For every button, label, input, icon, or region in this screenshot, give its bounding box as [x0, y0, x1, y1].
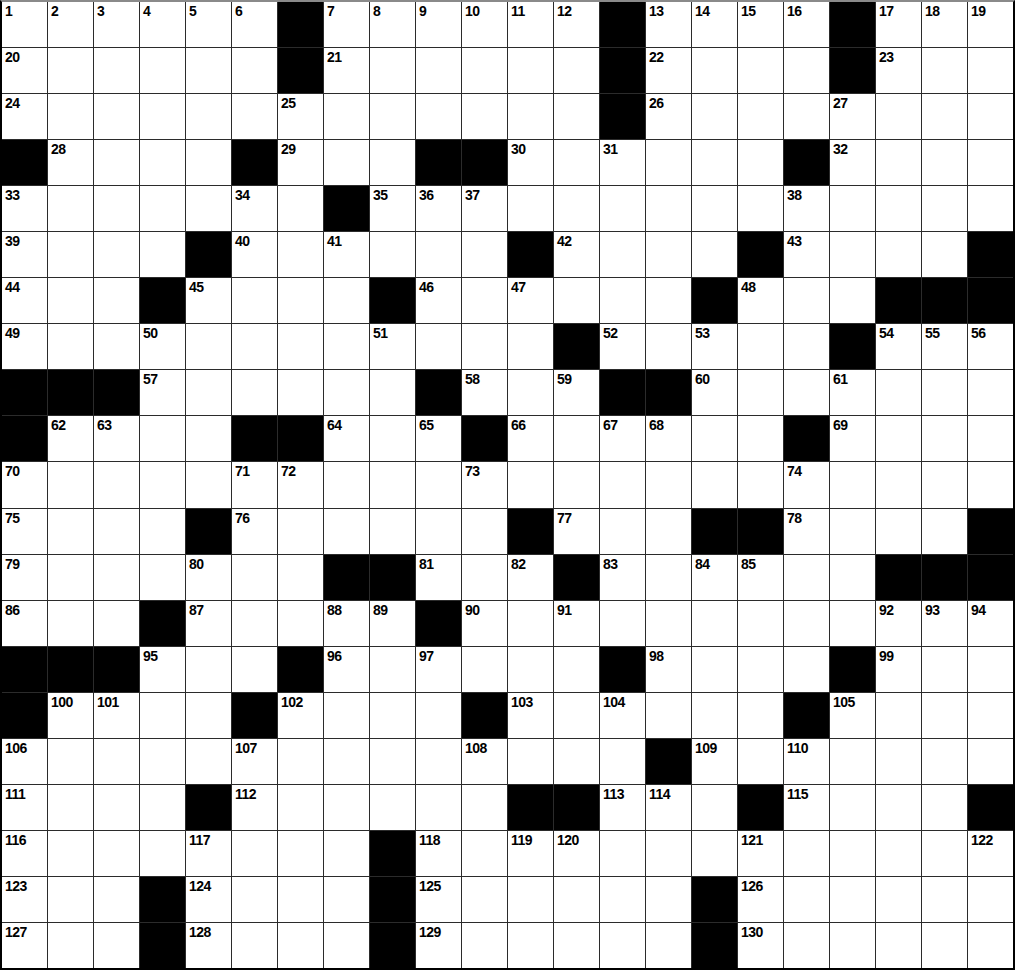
grid-cell[interactable]: 21	[324, 48, 369, 93]
grid-cell[interactable]	[876, 232, 921, 277]
grid-cell[interactable]	[876, 923, 921, 968]
grid-cell[interactable]: 82	[508, 555, 553, 600]
grid-cell[interactable]: 55	[922, 324, 967, 369]
grid-cell[interactable]	[692, 48, 737, 93]
grid-cell[interactable]	[646, 877, 691, 922]
grid-cell[interactable]: 52	[600, 324, 645, 369]
grid-cell[interactable]	[738, 416, 783, 461]
grid-cell[interactable]	[738, 647, 783, 692]
grid-cell[interactable]	[140, 232, 185, 277]
grid-cell[interactable]	[416, 232, 461, 277]
grid-cell[interactable]	[876, 140, 921, 185]
grid-cell[interactable]	[830, 509, 875, 554]
grid-cell[interactable]	[646, 232, 691, 277]
grid-cell[interactable]: 85	[738, 555, 783, 600]
grid-cell[interactable]: 15	[738, 2, 783, 47]
grid-cell[interactable]: 47	[508, 278, 553, 323]
grid-cell[interactable]	[186, 186, 231, 231]
grid-cell[interactable]	[48, 739, 93, 784]
grid-cell[interactable]: 3	[94, 2, 139, 47]
grid-cell[interactable]: 71	[232, 462, 277, 507]
grid-cell[interactable]: 97	[416, 647, 461, 692]
grid-cell[interactable]	[416, 785, 461, 830]
grid-cell[interactable]: 115	[784, 785, 829, 830]
grid-cell[interactable]: 41	[324, 232, 369, 277]
grid-cell[interactable]: 119	[508, 831, 553, 876]
grid-cell[interactable]	[94, 923, 139, 968]
grid-cell[interactable]	[370, 647, 415, 692]
grid-cell[interactable]	[94, 601, 139, 646]
grid-cell[interactable]	[278, 370, 323, 415]
grid-cell[interactable]	[186, 140, 231, 185]
grid-cell[interactable]: 78	[784, 509, 829, 554]
grid-cell[interactable]	[784, 48, 829, 93]
grid-cell[interactable]: 2	[48, 2, 93, 47]
grid-cell[interactable]	[94, 877, 139, 922]
grid-cell[interactable]: 103	[508, 693, 553, 738]
grid-cell[interactable]	[232, 877, 277, 922]
grid-cell[interactable]: 1	[2, 2, 47, 47]
grid-cell[interactable]: 36	[416, 186, 461, 231]
grid-cell[interactable]	[94, 48, 139, 93]
grid-cell[interactable]	[738, 739, 783, 784]
grid-cell[interactable]	[232, 324, 277, 369]
grid-cell[interactable]	[968, 739, 1013, 784]
grid-cell[interactable]	[646, 693, 691, 738]
grid-cell[interactable]: 56	[968, 324, 1013, 369]
grid-cell[interactable]	[94, 278, 139, 323]
grid-cell[interactable]	[922, 140, 967, 185]
grid-cell[interactable]: 65	[416, 416, 461, 461]
grid-cell[interactable]: 105	[830, 693, 875, 738]
grid-cell[interactable]	[94, 739, 139, 784]
grid-cell[interactable]	[646, 324, 691, 369]
grid-cell[interactable]	[922, 877, 967, 922]
grid-cell[interactable]	[370, 140, 415, 185]
grid-cell[interactable]: 96	[324, 647, 369, 692]
grid-cell[interactable]: 86	[2, 601, 47, 646]
grid-cell[interactable]	[278, 324, 323, 369]
grid-cell[interactable]: 10	[462, 2, 507, 47]
grid-cell[interactable]: 127	[2, 923, 47, 968]
grid-cell[interactable]	[232, 831, 277, 876]
grid-cell[interactable]: 38	[784, 186, 829, 231]
grid-cell[interactable]	[48, 232, 93, 277]
grid-cell[interactable]	[140, 555, 185, 600]
grid-cell[interactable]: 50	[140, 324, 185, 369]
grid-cell[interactable]	[600, 186, 645, 231]
grid-cell[interactable]	[324, 831, 369, 876]
grid-cell[interactable]: 107	[232, 739, 277, 784]
grid-cell[interactable]	[784, 877, 829, 922]
grid-cell[interactable]: 44	[2, 278, 47, 323]
grid-cell[interactable]	[692, 785, 737, 830]
grid-cell[interactable]: 75	[2, 509, 47, 554]
grid-cell[interactable]: 43	[784, 232, 829, 277]
grid-cell[interactable]	[462, 278, 507, 323]
grid-cell[interactable]	[922, 232, 967, 277]
grid-cell[interactable]: 34	[232, 186, 277, 231]
grid-cell[interactable]	[830, 462, 875, 507]
grid-cell[interactable]: 16	[784, 2, 829, 47]
grid-cell[interactable]: 9	[416, 2, 461, 47]
grid-cell[interactable]	[186, 739, 231, 784]
grid-cell[interactable]: 72	[278, 462, 323, 507]
grid-cell[interactable]: 25	[278, 94, 323, 139]
grid-cell[interactable]	[692, 140, 737, 185]
grid-cell[interactable]	[370, 48, 415, 93]
grid-cell[interactable]	[416, 739, 461, 784]
grid-cell[interactable]	[692, 601, 737, 646]
grid-cell[interactable]	[554, 462, 599, 507]
grid-cell[interactable]: 125	[416, 877, 461, 922]
grid-cell[interactable]: 88	[324, 601, 369, 646]
grid-cell[interactable]: 87	[186, 601, 231, 646]
grid-cell[interactable]	[830, 785, 875, 830]
grid-cell[interactable]	[462, 94, 507, 139]
grid-cell[interactable]	[416, 94, 461, 139]
grid-cell[interactable]: 94	[968, 601, 1013, 646]
grid-cell[interactable]	[186, 693, 231, 738]
grid-cell[interactable]: 122	[968, 831, 1013, 876]
grid-cell[interactable]	[508, 94, 553, 139]
grid-cell[interactable]	[922, 48, 967, 93]
grid-cell[interactable]	[922, 186, 967, 231]
grid-cell[interactable]	[692, 416, 737, 461]
grid-cell[interactable]: 69	[830, 416, 875, 461]
grid-cell[interactable]	[646, 462, 691, 507]
grid-cell[interactable]	[94, 94, 139, 139]
grid-cell[interactable]: 28	[48, 140, 93, 185]
grid-cell[interactable]	[876, 785, 921, 830]
grid-cell[interactable]	[508, 462, 553, 507]
grid-cell[interactable]	[508, 186, 553, 231]
grid-cell[interactable]	[462, 923, 507, 968]
grid-cell[interactable]: 22	[646, 48, 691, 93]
grid-cell[interactable]: 111	[2, 785, 47, 830]
grid-cell[interactable]	[370, 370, 415, 415]
grid-cell[interactable]	[232, 923, 277, 968]
grid-cell[interactable]	[784, 324, 829, 369]
grid-cell[interactable]: 80	[186, 555, 231, 600]
grid-cell[interactable]: 118	[416, 831, 461, 876]
grid-cell[interactable]	[324, 140, 369, 185]
grid-cell[interactable]	[462, 877, 507, 922]
grid-cell[interactable]: 64	[324, 416, 369, 461]
grid-cell[interactable]	[784, 647, 829, 692]
grid-cell[interactable]	[600, 877, 645, 922]
grid-cell[interactable]	[968, 923, 1013, 968]
grid-cell[interactable]	[738, 48, 783, 93]
grid-cell[interactable]	[232, 555, 277, 600]
grid-cell[interactable]	[232, 601, 277, 646]
grid-cell[interactable]	[48, 186, 93, 231]
grid-cell[interactable]	[600, 601, 645, 646]
grid-cell[interactable]	[462, 555, 507, 600]
grid-cell[interactable]	[738, 370, 783, 415]
grid-cell[interactable]	[692, 462, 737, 507]
grid-cell[interactable]	[922, 462, 967, 507]
grid-cell[interactable]	[600, 923, 645, 968]
grid-cell[interactable]	[94, 831, 139, 876]
grid-cell[interactable]	[278, 186, 323, 231]
grid-cell[interactable]	[600, 278, 645, 323]
grid-cell[interactable]: 81	[416, 555, 461, 600]
grid-cell[interactable]: 67	[600, 416, 645, 461]
grid-cell[interactable]	[508, 370, 553, 415]
grid-cell[interactable]	[324, 324, 369, 369]
grid-cell[interactable]: 90	[462, 601, 507, 646]
grid-cell[interactable]	[554, 278, 599, 323]
grid-cell[interactable]: 76	[232, 509, 277, 554]
grid-cell[interactable]	[784, 831, 829, 876]
grid-cell[interactable]	[232, 48, 277, 93]
grid-cell[interactable]	[278, 509, 323, 554]
grid-cell[interactable]	[508, 324, 553, 369]
grid-cell[interactable]: 5	[186, 2, 231, 47]
grid-cell[interactable]	[508, 601, 553, 646]
grid-cell[interactable]	[278, 785, 323, 830]
grid-cell[interactable]	[278, 877, 323, 922]
grid-cell[interactable]	[876, 416, 921, 461]
grid-cell[interactable]: 4	[140, 2, 185, 47]
grid-cell[interactable]: 93	[922, 601, 967, 646]
grid-cell[interactable]	[876, 94, 921, 139]
grid-cell[interactable]	[94, 462, 139, 507]
grid-cell[interactable]: 57	[140, 370, 185, 415]
grid-cell[interactable]	[876, 186, 921, 231]
grid-cell[interactable]	[278, 923, 323, 968]
grid-cell[interactable]	[600, 831, 645, 876]
grid-cell[interactable]	[462, 509, 507, 554]
grid-cell[interactable]: 116	[2, 831, 47, 876]
grid-cell[interactable]	[416, 462, 461, 507]
grid-cell[interactable]	[646, 555, 691, 600]
grid-cell[interactable]	[416, 48, 461, 93]
grid-cell[interactable]	[692, 831, 737, 876]
grid-cell[interactable]	[278, 278, 323, 323]
grid-cell[interactable]: 37	[462, 186, 507, 231]
grid-cell[interactable]	[94, 140, 139, 185]
grid-cell[interactable]: 20	[2, 48, 47, 93]
grid-cell[interactable]	[554, 186, 599, 231]
grid-cell[interactable]	[324, 370, 369, 415]
grid-cell[interactable]	[692, 94, 737, 139]
grid-cell[interactable]	[416, 509, 461, 554]
grid-cell[interactable]	[968, 693, 1013, 738]
grid-cell[interactable]	[784, 278, 829, 323]
grid-cell[interactable]	[48, 48, 93, 93]
grid-cell[interactable]	[416, 693, 461, 738]
grid-cell[interactable]	[48, 555, 93, 600]
grid-cell[interactable]	[830, 923, 875, 968]
grid-cell[interactable]	[876, 693, 921, 738]
grid-cell[interactable]	[324, 693, 369, 738]
grid-cell[interactable]: 62	[48, 416, 93, 461]
grid-cell[interactable]	[738, 601, 783, 646]
grid-cell[interactable]: 8	[370, 2, 415, 47]
grid-cell[interactable]: 11	[508, 2, 553, 47]
grid-cell[interactable]	[554, 416, 599, 461]
grid-cell[interactable]: 19	[968, 2, 1013, 47]
grid-cell[interactable]	[600, 739, 645, 784]
grid-cell[interactable]: 54	[876, 324, 921, 369]
grid-cell[interactable]: 45	[186, 278, 231, 323]
grid-cell[interactable]	[784, 601, 829, 646]
grid-cell[interactable]	[186, 324, 231, 369]
grid-cell[interactable]	[554, 923, 599, 968]
grid-cell[interactable]	[922, 693, 967, 738]
grid-cell[interactable]	[692, 647, 737, 692]
grid-cell[interactable]: 98	[646, 647, 691, 692]
grid-cell[interactable]	[922, 509, 967, 554]
grid-cell[interactable]: 124	[186, 877, 231, 922]
grid-cell[interactable]	[738, 94, 783, 139]
grid-cell[interactable]	[922, 370, 967, 415]
grid-cell[interactable]	[370, 416, 415, 461]
grid-cell[interactable]	[462, 324, 507, 369]
grid-cell[interactable]	[370, 509, 415, 554]
grid-cell[interactable]	[646, 601, 691, 646]
grid-cell[interactable]	[738, 324, 783, 369]
grid-cell[interactable]	[48, 278, 93, 323]
grid-cell[interactable]	[876, 739, 921, 784]
grid-cell[interactable]	[232, 647, 277, 692]
grid-cell[interactable]: 121	[738, 831, 783, 876]
grid-cell[interactable]	[186, 647, 231, 692]
grid-cell[interactable]	[646, 186, 691, 231]
grid-cell[interactable]	[508, 647, 553, 692]
grid-cell[interactable]: 92	[876, 601, 921, 646]
grid-cell[interactable]	[692, 232, 737, 277]
grid-cell[interactable]: 91	[554, 601, 599, 646]
grid-cell[interactable]	[784, 94, 829, 139]
grid-cell[interactable]: 84	[692, 555, 737, 600]
grid-cell[interactable]: 130	[738, 923, 783, 968]
grid-cell[interactable]	[462, 232, 507, 277]
grid-cell[interactable]	[968, 186, 1013, 231]
grid-cell[interactable]: 46	[416, 278, 461, 323]
grid-cell[interactable]: 59	[554, 370, 599, 415]
grid-cell[interactable]: 89	[370, 601, 415, 646]
grid-cell[interactable]	[646, 140, 691, 185]
grid-cell[interactable]	[462, 48, 507, 93]
grid-cell[interactable]: 33	[2, 186, 47, 231]
grid-cell[interactable]: 40	[232, 232, 277, 277]
grid-cell[interactable]	[48, 877, 93, 922]
grid-cell[interactable]	[94, 232, 139, 277]
grid-cell[interactable]	[968, 647, 1013, 692]
grid-cell[interactable]	[94, 555, 139, 600]
grid-cell[interactable]	[922, 831, 967, 876]
grid-cell[interactable]	[324, 877, 369, 922]
grid-cell[interactable]: 112	[232, 785, 277, 830]
grid-cell[interactable]	[600, 232, 645, 277]
grid-cell[interactable]: 120	[554, 831, 599, 876]
grid-cell[interactable]	[554, 693, 599, 738]
grid-cell[interactable]	[416, 324, 461, 369]
grid-cell[interactable]	[922, 923, 967, 968]
grid-cell[interactable]	[462, 831, 507, 876]
grid-cell[interactable]: 106	[2, 739, 47, 784]
grid-cell[interactable]	[324, 509, 369, 554]
grid-cell[interactable]	[324, 462, 369, 507]
grid-cell[interactable]: 17	[876, 2, 921, 47]
grid-cell[interactable]	[140, 416, 185, 461]
grid-cell[interactable]	[646, 509, 691, 554]
grid-cell[interactable]	[554, 647, 599, 692]
grid-cell[interactable]: 70	[2, 462, 47, 507]
grid-cell[interactable]	[94, 324, 139, 369]
grid-cell[interactable]	[646, 831, 691, 876]
grid-cell[interactable]: 117	[186, 831, 231, 876]
grid-cell[interactable]: 12	[554, 2, 599, 47]
grid-cell[interactable]	[140, 739, 185, 784]
grid-cell[interactable]	[94, 509, 139, 554]
grid-cell[interactable]: 79	[2, 555, 47, 600]
grid-cell[interactable]	[370, 232, 415, 277]
grid-cell[interactable]	[968, 462, 1013, 507]
grid-cell[interactable]: 49	[2, 324, 47, 369]
grid-cell[interactable]	[186, 48, 231, 93]
grid-cell[interactable]	[830, 601, 875, 646]
grid-cell[interactable]	[48, 923, 93, 968]
grid-cell[interactable]	[462, 647, 507, 692]
grid-cell[interactable]	[784, 370, 829, 415]
grid-cell[interactable]: 108	[462, 739, 507, 784]
grid-cell[interactable]: 110	[784, 739, 829, 784]
grid-cell[interactable]	[876, 509, 921, 554]
grid-cell[interactable]: 66	[508, 416, 553, 461]
grid-cell[interactable]: 60	[692, 370, 737, 415]
grid-cell[interactable]	[554, 94, 599, 139]
grid-cell[interactable]	[830, 278, 875, 323]
grid-cell[interactable]: 24	[2, 94, 47, 139]
grid-cell[interactable]: 29	[278, 140, 323, 185]
grid-cell[interactable]	[508, 923, 553, 968]
grid-cell[interactable]	[94, 186, 139, 231]
grid-cell[interactable]	[876, 831, 921, 876]
grid-cell[interactable]	[876, 370, 921, 415]
grid-cell[interactable]: 42	[554, 232, 599, 277]
grid-cell[interactable]	[738, 693, 783, 738]
grid-cell[interactable]: 101	[94, 693, 139, 738]
grid-cell[interactable]	[186, 462, 231, 507]
grid-cell[interactable]	[968, 877, 1013, 922]
grid-cell[interactable]: 95	[140, 647, 185, 692]
grid-cell[interactable]	[922, 785, 967, 830]
grid-cell[interactable]	[968, 370, 1013, 415]
grid-cell[interactable]	[140, 462, 185, 507]
grid-cell[interactable]	[554, 877, 599, 922]
grid-cell[interactable]	[278, 232, 323, 277]
grid-cell[interactable]	[370, 693, 415, 738]
grid-cell[interactable]: 83	[600, 555, 645, 600]
grid-cell[interactable]: 128	[186, 923, 231, 968]
grid-cell[interactable]	[324, 278, 369, 323]
grid-cell[interactable]	[784, 923, 829, 968]
grid-cell[interactable]: 30	[508, 140, 553, 185]
grid-cell[interactable]	[784, 555, 829, 600]
grid-cell[interactable]	[186, 416, 231, 461]
grid-cell[interactable]	[830, 877, 875, 922]
grid-cell[interactable]	[922, 647, 967, 692]
grid-cell[interactable]: 27	[830, 94, 875, 139]
grid-cell[interactable]	[278, 739, 323, 784]
grid-cell[interactable]	[600, 462, 645, 507]
grid-cell[interactable]: 58	[462, 370, 507, 415]
grid-cell[interactable]: 114	[646, 785, 691, 830]
